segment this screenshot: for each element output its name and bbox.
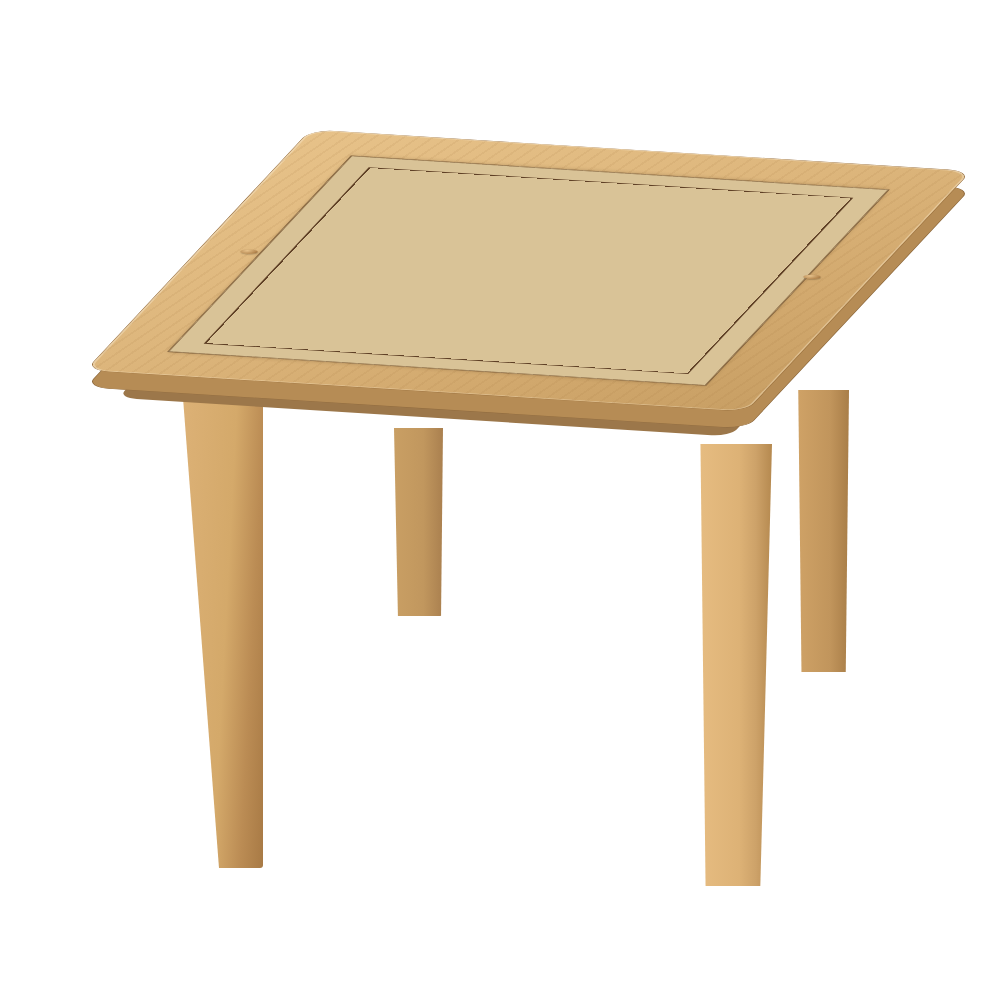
table-leg-rear-left: [394, 428, 443, 616]
tabletop: [206, 168, 851, 373]
product-photo-scene: [0, 0, 1000, 1000]
table-leg-rear-right: [795, 390, 849, 672]
table-leg-front-left: [183, 398, 263, 868]
table-leg-front-right: [699, 444, 772, 886]
